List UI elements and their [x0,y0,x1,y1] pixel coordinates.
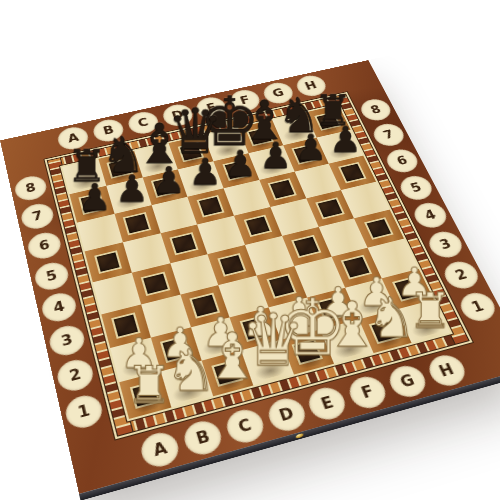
coord-label-6: 6 [383,147,422,175]
coord-label-f: F [227,88,263,114]
coord-label-b: B [181,417,226,458]
square-inlay [126,214,149,233]
coord-label-g: G [260,80,296,106]
square-inlay [271,180,294,198]
square-inlay [340,164,364,181]
coord-label-5: 5 [32,259,70,292]
square-inlay [80,195,102,213]
coord-label-b: B [91,117,126,144]
piece-white-knight-b1: ♞ [165,342,217,400]
square-inlay [316,113,339,129]
square-inlay [109,159,131,176]
coord-label-e: E [305,384,350,423]
square-inlay [366,219,391,238]
coord-label-7: 7 [370,121,408,148]
coord-label-3: 3 [425,229,467,261]
coord-label-3: 3 [47,323,87,359]
square-inlay [318,199,342,217]
coord-label-c: C [223,406,268,447]
coord-label-d: D [264,395,309,435]
coord-label-1: 1 [63,392,105,432]
coord-label-h: H [424,352,470,390]
square-inlay [249,128,271,145]
piece-white-rook-a1: ♜ [126,359,172,410]
coord-label-d: D [160,102,196,129]
hinge-pin [296,433,304,439]
coord-label-7: 7 [19,201,56,232]
coord-label-a: A [138,429,182,471]
square-inlay [199,197,222,215]
coord-label-5: 5 [396,173,436,203]
coord-label-4: 4 [410,200,451,231]
square-inlay [246,216,270,235]
coord-label-h: H [293,73,329,98]
square-inlay [225,162,248,179]
coord-label-f: F [345,373,391,412]
chess-board: ABCDEFGH ABCDEFGH 87654321 87654321 ♜♞♝♛… [0,60,500,494]
coord-label-g: G [385,362,431,400]
coord-label-1: 1 [455,289,499,324]
square-inlay [153,178,176,196]
square-inlay [180,144,202,161]
square-inlay [294,146,317,163]
coord-label-8: 8 [357,97,395,123]
coord-label-8: 8 [13,174,49,204]
coord-label-c: C [126,110,161,137]
coord-label-a: A [56,125,91,152]
coord-label-2: 2 [55,356,96,394]
coord-label-6: 6 [26,230,64,262]
chess-set-photo: ABCDEFGH ABCDEFGH 87654321 87654321 ♜♞♝♛… [0,0,500,500]
coord-label-e: E [194,95,230,121]
coord-label-4: 4 [40,290,79,325]
